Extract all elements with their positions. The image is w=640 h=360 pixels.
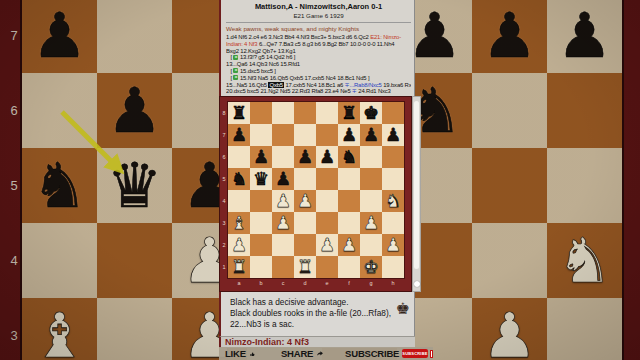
diag-square-h3[interactable] <box>382 212 404 234</box>
diag-square-c5[interactable]: ♟ <box>272 168 294 190</box>
move-line[interactable]: [ = 13.f3!? g5 14.Qd2 h6 ] <box>226 54 411 61</box>
diagram-rank-label-6: 6 <box>220 154 228 160</box>
diag-square-d8[interactable] <box>294 102 316 124</box>
bg-square-a4 <box>22 223 97 298</box>
bg-square-h3 <box>547 298 622 360</box>
bg-square-b7 <box>97 0 172 73</box>
diag-square-b5[interactable]: ♛ <box>250 168 272 190</box>
piece-black-p-c5[interactable]: ♟ <box>272 168 294 190</box>
piece-white-p-g3: ♟ <box>472 298 547 360</box>
diag-square-b1[interactable] <box>250 256 272 278</box>
move-text[interactable]: 13.f3!? g5 14.Qd2 h6 ] <box>238 54 295 60</box>
subscribe-button[interactable]: SUBSCRIBE <box>402 349 427 358</box>
piece-black-n-a5: ♞ <box>22 148 97 223</box>
diag-square-f1[interactable] <box>338 256 360 278</box>
move-line[interactable]: [ = 15.dxc5 bxc5 ] <box>226 68 411 75</box>
bg-square-g6 <box>472 73 547 148</box>
scrollbar-thumb[interactable] <box>414 101 419 269</box>
move-text[interactable]: 13...Qa6 14.Qb3 Nc6 15.Rfd1 <box>226 61 300 67</box>
diag-square-c6[interactable] <box>272 146 294 168</box>
move-line[interactable]: Bxg2 12.Kxg2 Qb7+ 13.Kg1 <box>226 48 411 55</box>
piece-white-b-a3[interactable]: ♝ <box>228 212 250 234</box>
diagram-file-label-h: h <box>382 280 404 286</box>
evaluation-caption: Black has a decisive advantage. Black do… <box>219 292 415 336</box>
diag-square-c2[interactable] <box>272 234 294 256</box>
piece-black-q-b5[interactable]: ♛ <box>250 168 272 190</box>
piece-white-p-c4[interactable]: ♟ <box>272 190 294 212</box>
caption-line: 22...Nb3 is a sac. <box>230 319 394 330</box>
bg-square-h7: ♟ <box>547 0 622 73</box>
diagram-rank-label-2: 2 <box>220 242 228 248</box>
diag-square-e2[interactable]: ♟ <box>316 234 338 256</box>
share-button[interactable]: SHARE <box>281 348 313 359</box>
diag-square-h6[interactable] <box>382 146 404 168</box>
diag-square-d6[interactable]: ♟ <box>294 146 316 168</box>
move-line[interactable]: Indian: 4 Nf3 6...Qe7 7.Ba3 c5 8.g3 b6 9… <box>226 41 411 48</box>
like-button[interactable]: LIKE <box>225 348 246 359</box>
diag-square-f5[interactable] <box>338 168 360 190</box>
diag-square-e5[interactable] <box>316 168 338 190</box>
bg-square-b5: ♛ <box>97 148 172 223</box>
bg-square-b4 <box>97 223 172 298</box>
diag-square-d4[interactable]: ♟ <box>294 190 316 212</box>
piece-white-p-f2[interactable]: ♟ <box>338 234 360 256</box>
diag-square-c7[interactable] <box>272 124 294 146</box>
diag-square-g3[interactable]: ♟ <box>360 212 382 234</box>
diag-square-h5[interactable] <box>382 168 404 190</box>
diag-square-g4[interactable] <box>360 190 382 212</box>
bg-square-h5 <box>547 148 622 223</box>
piece-white-r-d1[interactable]: ♜ <box>294 256 316 278</box>
notation-panel[interactable]: Mattison,A - Nimzowitsch,Aaron 0-1 E21 G… <box>219 0 415 96</box>
piece-white-p-c3[interactable]: ♟ <box>272 212 294 234</box>
move-line[interactable]: [ = 15.Nf3 Na5 16.Qb5 Qxb5 17.cxb5 Nc4 1… <box>226 75 411 82</box>
diag-square-f2[interactable]: ♟ <box>338 234 360 256</box>
piece-white-k-g1[interactable]: ♚ <box>360 256 382 278</box>
piece-white-r-a1[interactable]: ♜ <box>228 256 250 278</box>
diagram-rank-label-4: 4 <box>220 198 228 204</box>
diag-square-h7[interactable]: ♟ <box>382 124 404 146</box>
diag-square-b2[interactable] <box>250 234 272 256</box>
diag-square-a7[interactable]: ♟ <box>228 124 250 146</box>
diagram-file-label-c: c <box>272 280 294 286</box>
move-text[interactable]: E21: Nimzo- <box>370 34 401 40</box>
piece-black-p-g7[interactable]: ♟ <box>360 124 382 146</box>
thumbs-up-icon[interactable] <box>250 348 255 360</box>
piece-black-r-f8[interactable]: ♜ <box>338 102 360 124</box>
bg-square-b3 <box>97 298 172 360</box>
diag-square-e1[interactable] <box>316 256 338 278</box>
diag-square-c1[interactable] <box>272 256 294 278</box>
bg-square-g5 <box>472 148 547 223</box>
piece-white-p-d4[interactable]: ♟ <box>294 190 316 212</box>
diag-square-b7[interactable] <box>250 124 272 146</box>
bg-rank-label-7: 7 <box>7 28 21 43</box>
current-move[interactable]: Qxb5 <box>268 82 283 88</box>
diagram-rank-label-1: 1 <box>220 264 228 270</box>
diag-square-d2[interactable] <box>294 234 316 256</box>
move-line[interactable]: 1.d4 Nf6 2.c4 e6 3.Nc3 Bb4 4.Nf3 Bxc3+ 5… <box>226 34 411 41</box>
white-to-move-indicator <box>414 281 420 287</box>
diag-square-h2[interactable]: ♟ <box>382 234 404 256</box>
diag-square-a3[interactable]: ♝ <box>228 212 250 234</box>
piece-black-p-a7: ♟ <box>22 0 97 73</box>
diag-square-d7[interactable] <box>294 124 316 146</box>
diag-square-e7[interactable] <box>316 124 338 146</box>
move-text[interactable]: 6...Qe7 7.Ba3 c5 8.g3 b6 9.Bg2 Bb7 10.0-… <box>257 41 394 47</box>
diag-square-c4[interactable]: ♟ <box>272 190 294 212</box>
piece-white-b-a3: ♝ <box>22 298 97 360</box>
bg-square-a7: ♟ <box>22 0 97 73</box>
background-board-right-border <box>622 0 640 360</box>
diag-square-f7[interactable]: ♟ <box>338 124 360 146</box>
piece-white-n-h4: ♞ <box>547 223 622 298</box>
bg-rank-label-5: 5 <box>7 178 21 193</box>
bg-square-h6 <box>547 73 622 148</box>
move-text[interactable]: 15.dxc5 bxc5 ] <box>238 68 275 74</box>
diag-square-g1[interactable]: ♚ <box>360 256 382 278</box>
diag-square-h8[interactable] <box>382 102 404 124</box>
bg-square-h4: ♞ <box>547 223 622 298</box>
diag-square-g5[interactable] <box>360 168 382 190</box>
diag-square-g7[interactable]: ♟ <box>360 124 382 146</box>
piece-white-p-e2[interactable]: ♟ <box>316 234 338 256</box>
diag-square-b8[interactable] <box>250 102 272 124</box>
diag-square-f4[interactable] <box>338 190 360 212</box>
diag-square-e8[interactable] <box>316 102 338 124</box>
black-king-icon <box>396 301 410 317</box>
piece-white-p-g3[interactable]: ♟ <box>360 212 382 234</box>
diagram-rank-label-5: 5 <box>220 176 228 182</box>
piece-black-q-b5: ♛ <box>97 148 172 223</box>
diagram-file-label-d: d <box>294 280 316 286</box>
diag-square-e4[interactable] <box>316 190 338 212</box>
piece-black-p-b6: ♟ <box>97 73 172 148</box>
bg-square-g7: ♟ <box>472 0 547 73</box>
game-title: Mattison,A - Nimzowitsch,Aaron 0-1 <box>226 2 411 11</box>
piece-white-p-a2[interactable]: ♟ <box>228 234 250 256</box>
move-text[interactable]: 19.bxa6 Rxa6 <box>382 82 411 88</box>
diag-square-b3[interactable] <box>250 212 272 234</box>
caption-line: Black has a decisive advantage. <box>230 297 394 308</box>
move-line[interactable]: 15...Na5 16.Qb5 Qxb5 17.cxb5 Nc4 18.Bc1 … <box>226 82 411 89</box>
diag-square-a1[interactable]: ♜ <box>228 256 250 278</box>
caption-line: Black doubles rooks in the a-file (20...… <box>230 308 394 319</box>
move-text[interactable]: [ <box>226 68 233 74</box>
bg-square-g3: ♟ <box>472 298 547 360</box>
move-text[interactable]: ∓...Rab8/Nxc5 <box>345 82 382 88</box>
diagram-file-label-e: e <box>316 280 338 286</box>
annotation-title: Weak pawns, weak squares, and mighty Kni… <box>226 25 411 32</box>
diagram-file-label-a: a <box>228 280 250 286</box>
move-text[interactable]: 17.cxb5 Nc4 18.Bc1 a6 <box>284 82 345 88</box>
move-text[interactable]: [ <box>226 54 233 60</box>
move-text[interactable]: 15...Na5 16.Qb5 <box>226 82 268 88</box>
video-frame: { "game": "chess", "position": { "fen": … <box>0 0 640 360</box>
move-text[interactable]: 1.d4 Nf6 2.c4 e6 3.Nc3 Bb4 4.Nf3 Bxc3+ 5… <box>226 34 370 40</box>
diagram-rank-label-7: 7 <box>220 132 228 138</box>
video-icon[interactable] <box>430 350 433 358</box>
bg-rank-label-4: 4 <box>7 253 21 268</box>
move-text[interactable]: Indian: 4 Nf3 <box>226 41 257 47</box>
piece-black-p-a7[interactable]: ♟ <box>228 124 250 146</box>
diag-square-g6[interactable] <box>360 146 382 168</box>
diagram-file-label-g: g <box>360 280 382 286</box>
moves-list[interactable]: 1.d4 Nf6 2.c4 e6 3.Nc3 Bb4 4.Nf3 Bxc3+ 5… <box>226 34 411 95</box>
piece-white-n-h4[interactable]: ♞ <box>382 190 404 212</box>
piece-black-p-g7: ♟ <box>472 0 547 73</box>
diag-square-f8[interactable]: ♜ <box>338 102 360 124</box>
diag-square-d5[interactable] <box>294 168 316 190</box>
diagram-file-label-f: f <box>338 280 360 286</box>
diag-square-g8[interactable]: ♚ <box>360 102 382 124</box>
piece-white-p-h2[interactable]: ♟ <box>382 234 404 256</box>
diag-square-b6[interactable]: ♟ <box>250 146 272 168</box>
diag-square-d1[interactable]: ♜ <box>294 256 316 278</box>
move-text[interactable]: 15.Nf3 Na5 16.Qb5 Qxb5 17.cxb5 Nc4 18.Bc… <box>238 75 369 81</box>
diag-square-c3[interactable]: ♟ <box>272 212 294 234</box>
move-text[interactable]: [ <box>226 75 233 81</box>
diagram-board[interactable]: ♜♜♚♟♟♟♟♟♟♟♞♞♛♟♟♟♞♝♟♟♟♟♟♟♜♜♚ <box>228 102 404 278</box>
diag-square-f3[interactable] <box>338 212 360 234</box>
cta-row: LIKE SHARE SUBSCRIBE SUBSCRIBE <box>219 347 433 360</box>
diag-square-a6[interactable] <box>228 146 250 168</box>
bg-square-a5: ♞ <box>22 148 97 223</box>
diag-square-f6[interactable]: ♞ <box>338 146 360 168</box>
diag-square-e3[interactable] <box>316 212 338 234</box>
diag-square-g2[interactable] <box>360 234 382 256</box>
diag-square-b4[interactable] <box>250 190 272 212</box>
piece-black-p-f7[interactable]: ♟ <box>338 124 360 146</box>
diagram-scrollbar[interactable] <box>412 96 421 292</box>
bg-rank-label-6: 6 <box>7 103 21 118</box>
divider <box>226 22 411 23</box>
bg-square-b6: ♟ <box>97 73 172 148</box>
piece-black-n-f6[interactable]: ♞ <box>338 146 360 168</box>
piece-black-r-a8[interactable]: ♜ <box>228 102 250 124</box>
share-arrow-icon[interactable] <box>317 348 323 359</box>
piece-black-p-d6[interactable]: ♟ <box>294 146 316 168</box>
diag-square-h1[interactable] <box>382 256 404 278</box>
move-text[interactable]: Bxg2 12.Kxg2 Qb7+ 13.Kg1 <box>226 48 296 54</box>
diagram-rank-label-8: 8 <box>220 110 228 116</box>
bg-square-a3: ♝ <box>22 298 97 360</box>
diag-square-d3[interactable] <box>294 212 316 234</box>
move-line[interactable]: 13...Qa6 14.Qb3 Nc6 15.Rfd1 <box>226 61 411 68</box>
diag-square-c8[interactable] <box>272 102 294 124</box>
bg-square-g4 <box>472 223 547 298</box>
bg-rank-label-3: 3 <box>7 328 21 343</box>
piece-black-p-h7[interactable]: ♟ <box>382 124 404 146</box>
move-text[interactable]: 20.dxc5 bxc5 21.Ng2 Nd5 22.Rd3 Rfa8 23.e… <box>226 88 352 94</box>
diagram-file-label-b: b <box>250 280 272 286</box>
chess-diagram: ♜♜♚♟♟♟♟♟♟♟♞♞♛♟♟♟♞♝♟♟♟♟♟♟♜♜♚ 87654321 abc… <box>219 96 412 292</box>
diag-square-a8[interactable]: ♜ <box>228 102 250 124</box>
diag-square-a2[interactable]: ♟ <box>228 234 250 256</box>
piece-black-p-b6[interactable]: ♟ <box>250 146 272 168</box>
bg-square-a6 <box>22 73 97 148</box>
piece-black-p-h7: ♟ <box>547 0 622 73</box>
diag-square-e6[interactable]: ♟ <box>316 146 338 168</box>
diagram-rank-label-3: 3 <box>220 220 228 226</box>
subscribe-label[interactable]: SUBSCRIBE <box>345 348 399 359</box>
move-line[interactable]: 20.dxc5 bxc5 21.Ng2 Nd5 22.Rd3 Rfa8 23.e… <box>226 88 411 95</box>
diag-square-h4[interactable]: ♞ <box>382 190 404 212</box>
diag-square-a5[interactable]: ♞ <box>228 168 250 190</box>
piece-black-k-g8[interactable]: ♚ <box>360 102 382 124</box>
piece-black-p-e6[interactable]: ♟ <box>316 146 338 168</box>
game-subtitle: E21 Game 6 1929 <box>226 12 411 19</box>
move-text[interactable]: 24.Rd1 Nxc3 <box>357 88 391 94</box>
piece-black-n-a5[interactable]: ♞ <box>228 168 250 190</box>
diag-square-a4[interactable] <box>228 190 250 212</box>
